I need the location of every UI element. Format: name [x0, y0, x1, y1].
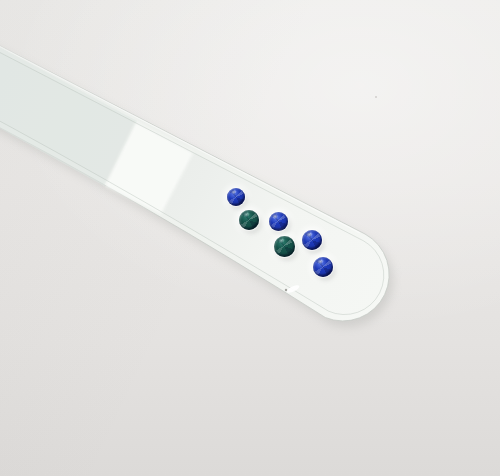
- rhinestone-sapphire-blue: [269, 212, 288, 231]
- rhinestone-emerald-teal: [239, 210, 259, 230]
- rhinestone-emerald-teal: [274, 236, 295, 257]
- rhinestones-layer: [0, 0, 500, 476]
- photo-canvas: [0, 0, 500, 476]
- gem-highlight: [272, 213, 280, 219]
- gem-highlight: [277, 237, 285, 244]
- gem-highlight: [316, 258, 324, 265]
- rhinestone-sapphire-blue: [302, 230, 322, 250]
- gem-highlight: [242, 211, 250, 218]
- gem-highlight: [230, 189, 237, 195]
- rhinestone-sapphire-blue: [313, 257, 333, 277]
- rhinestone-sapphire-blue: [227, 188, 245, 206]
- gem-highlight: [305, 231, 313, 238]
